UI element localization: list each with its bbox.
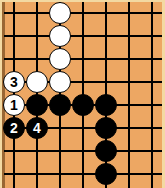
stone-black <box>26 94 48 116</box>
go-board-diagram: 3124 <box>0 0 165 188</box>
stone-white <box>49 71 71 93</box>
stone-white-move-3: 3 <box>3 71 25 93</box>
stone-black <box>49 94 71 116</box>
stone-white <box>49 48 71 70</box>
stone-white <box>49 2 71 24</box>
stone-black <box>72 94 94 116</box>
stone-white <box>26 71 48 93</box>
stone-black <box>95 94 117 116</box>
move-number: 4 <box>33 121 41 135</box>
stones-layer: 3124 <box>3 2 164 186</box>
stone-black-move-4: 4 <box>26 117 48 139</box>
stone-black <box>95 117 117 139</box>
stone-black <box>95 140 117 162</box>
stone-black <box>95 163 117 185</box>
move-number: 2 <box>10 121 18 135</box>
move-number: 3 <box>10 75 18 89</box>
stone-white <box>49 25 71 47</box>
stone-white-move-1: 1 <box>3 94 25 116</box>
move-number: 1 <box>10 98 18 112</box>
stone-black-move-2: 2 <box>3 117 25 139</box>
